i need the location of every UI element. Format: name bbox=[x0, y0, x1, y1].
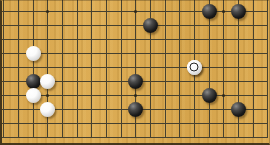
black-stone bbox=[143, 18, 158, 33]
grid-line-horizontal bbox=[2, 137, 269, 138]
grid-line-horizontal bbox=[2, 123, 269, 124]
grid-line-vertical bbox=[77, 0, 78, 138]
black-stone bbox=[128, 102, 143, 117]
grid-line-horizontal bbox=[2, 25, 269, 26]
grid-line-vertical bbox=[165, 0, 166, 138]
black-stone bbox=[26, 74, 41, 89]
white-stone bbox=[26, 46, 41, 61]
white-stone bbox=[26, 88, 41, 103]
star-point bbox=[134, 10, 137, 13]
grid-line-vertical bbox=[135, 0, 136, 138]
grid-line-vertical bbox=[3, 0, 4, 138]
grid-line-horizontal bbox=[2, 53, 269, 54]
star-point bbox=[222, 10, 225, 13]
white-stone-last-move bbox=[187, 60, 202, 75]
grid-line-horizontal bbox=[2, 39, 269, 40]
grid-line-vertical bbox=[253, 0, 254, 138]
black-stone bbox=[202, 88, 217, 103]
grid-line-vertical bbox=[223, 0, 224, 138]
black-stone bbox=[231, 102, 246, 117]
go-board[interactable] bbox=[0, 0, 270, 145]
white-stone bbox=[40, 74, 55, 89]
star-point bbox=[134, 94, 137, 97]
grid-line-vertical bbox=[238, 0, 239, 138]
grid-line-horizontal bbox=[2, 67, 269, 68]
grid-line-vertical bbox=[47, 0, 48, 138]
grid-line-vertical bbox=[209, 0, 210, 138]
grid-line-vertical bbox=[121, 0, 122, 138]
grid-line-vertical bbox=[18, 0, 19, 138]
star-point bbox=[46, 94, 49, 97]
grid-line-vertical bbox=[33, 0, 34, 138]
star-point bbox=[46, 10, 49, 13]
black-stone bbox=[202, 4, 217, 19]
grid-line-vertical bbox=[62, 0, 63, 138]
black-stone bbox=[231, 4, 246, 19]
black-stone bbox=[128, 74, 143, 89]
grid-line-vertical bbox=[91, 0, 92, 138]
grid-line-vertical bbox=[179, 0, 180, 138]
grid-line-vertical bbox=[106, 0, 107, 138]
white-stone bbox=[40, 102, 55, 117]
last-move-marker bbox=[190, 63, 199, 72]
grid-line-vertical bbox=[267, 0, 268, 138]
star-point bbox=[222, 94, 225, 97]
